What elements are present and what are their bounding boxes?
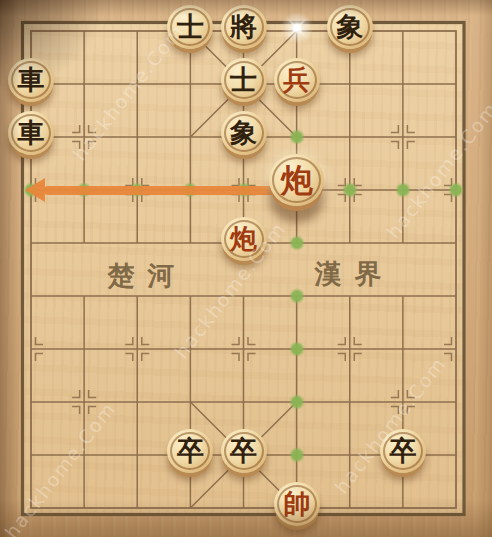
piece-glyph: 卒: [230, 437, 257, 464]
piece-red-cannon-selected[interactable]: 炮: [269, 154, 324, 206]
piece-glyph: 將: [230, 13, 257, 40]
piece-glyph: 卒: [177, 437, 204, 464]
piece-glyph: 炮: [230, 225, 257, 252]
piece-black-advisor[interactable]: 士: [221, 58, 267, 102]
piece-black-advisor[interactable]: 士: [167, 5, 213, 49]
sparkle-highlight-icon: [280, 11, 314, 45]
piece-black-chariot[interactable]: 車: [8, 111, 54, 155]
piece-glyph: 士: [230, 66, 257, 93]
piece-glyph: 帥: [283, 490, 310, 517]
piece-black-elephant[interactable]: 象: [221, 111, 267, 155]
piece-glyph: 象: [230, 119, 257, 146]
piece-glyph: 車: [18, 66, 45, 93]
piece-black-soldier[interactable]: 卒: [167, 429, 213, 473]
piece-glyph: 炮: [281, 164, 313, 196]
piece-red-soldier[interactable]: 兵: [274, 58, 320, 102]
piece-glyph: 象: [336, 13, 363, 40]
piece-black-soldier[interactable]: 卒: [221, 429, 267, 473]
piece-black-elephant[interactable]: 象: [327, 5, 373, 49]
piece-black-chariot[interactable]: 車: [8, 58, 54, 102]
piece-red-general[interactable]: 帥: [274, 482, 320, 526]
piece-glyph: 兵: [283, 66, 310, 93]
piece-glyph: 車: [18, 119, 45, 146]
piece-black-general[interactable]: 將: [221, 5, 267, 49]
piece-glyph: 士: [177, 13, 204, 40]
xiangqi-app-screen: 楚河 漢界 士將象車士兵車象炮炮卒卒卒帥 hackhome.Comhackhom…: [0, 0, 492, 537]
xiangqi-board[interactable]: 士將象車士兵車象炮炮卒卒卒帥: [4, 5, 482, 535]
piece-black-soldier[interactable]: 卒: [380, 429, 426, 473]
piece-red-cannon[interactable]: 炮: [221, 217, 267, 261]
piece-glyph: 卒: [389, 437, 416, 464]
